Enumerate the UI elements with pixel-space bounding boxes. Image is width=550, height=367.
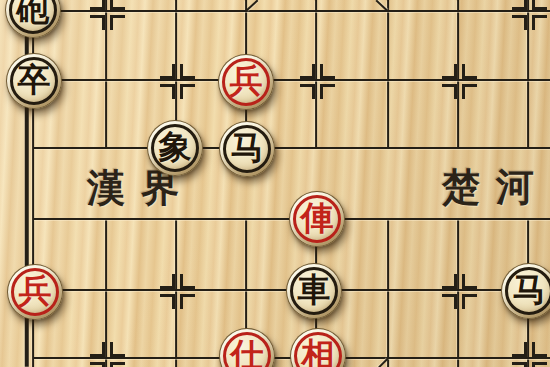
position-marker-h8 xyxy=(532,342,547,357)
piece-black-horse-d5[interactable]: 马 xyxy=(219,121,275,177)
xiangqi-board[interactable]: 漢界 楚河 砲卒兵象马俥兵車马仕相 xyxy=(0,0,550,367)
position-marker-c4 xyxy=(160,84,175,99)
file-line-h-top xyxy=(527,0,529,148)
position-marker-g4 xyxy=(462,64,477,79)
position-marker-b3 xyxy=(90,0,105,10)
position-marker-c4 xyxy=(180,64,195,79)
position-marker-c7 xyxy=(180,274,195,289)
position-marker-e4 xyxy=(320,64,335,79)
piece-red-soldier-a7[interactable]: 兵 xyxy=(7,264,63,320)
piece-character: 俥 xyxy=(290,192,344,246)
position-marker-h8 xyxy=(512,362,527,367)
piece-character: 相 xyxy=(291,329,345,367)
rank-line-4 xyxy=(33,79,550,81)
piece-black-soldier-a4[interactable]: 卒 xyxy=(6,53,62,109)
piece-character: 马 xyxy=(502,264,550,318)
piece-black-cannon-a3[interactable]: 砲 xyxy=(5,0,61,38)
position-marker-h8 xyxy=(512,342,527,357)
rank-line-5 xyxy=(33,147,550,149)
position-marker-g7 xyxy=(462,294,477,309)
position-marker-c4 xyxy=(160,64,175,79)
piece-red-chariot-e6[interactable]: 俥 xyxy=(289,191,345,247)
position-marker-c7 xyxy=(160,294,175,309)
piece-character: 卒 xyxy=(7,54,61,108)
position-marker-g7 xyxy=(462,274,477,289)
file-line-f-top xyxy=(387,0,389,148)
piece-character: 兵 xyxy=(8,265,62,319)
position-marker-b8 xyxy=(110,342,125,357)
position-marker-h3 xyxy=(512,0,527,10)
position-marker-b3 xyxy=(90,15,105,30)
position-marker-g4 xyxy=(442,84,457,99)
piece-red-elephant-e8[interactable]: 相 xyxy=(290,328,346,367)
piece-black-horse-h7[interactable]: 马 xyxy=(501,263,550,319)
file-line-b-bottom xyxy=(105,219,107,367)
position-marker-e4 xyxy=(320,84,335,99)
file-line-g-top xyxy=(457,0,459,148)
file-line-e-top xyxy=(315,0,317,148)
piece-character: 仕 xyxy=(220,329,274,367)
river-label-right: 楚河 xyxy=(442,167,550,207)
file-line-c-bottom xyxy=(175,219,177,367)
position-marker-c7 xyxy=(180,294,195,309)
file-line-g-bottom xyxy=(457,219,459,367)
position-marker-h8 xyxy=(532,362,547,367)
file-line-b-top xyxy=(105,0,107,148)
position-marker-g7 xyxy=(442,294,457,309)
piece-red-advisor-d8[interactable]: 仕 xyxy=(219,328,275,367)
position-marker-b8 xyxy=(110,362,125,367)
piece-character: 砲 xyxy=(6,0,60,37)
position-marker-e4 xyxy=(300,84,315,99)
piece-black-elephant-c5[interactable]: 象 xyxy=(147,120,203,176)
position-marker-g7 xyxy=(442,274,457,289)
piece-black-chariot-e7[interactable]: 車 xyxy=(286,263,342,319)
rank-line-3 xyxy=(33,10,550,12)
piece-character: 马 xyxy=(220,122,274,176)
position-marker-h3 xyxy=(512,15,527,30)
position-marker-b3 xyxy=(110,0,125,10)
position-marker-g4 xyxy=(442,64,457,79)
position-marker-g4 xyxy=(462,84,477,99)
position-marker-b8 xyxy=(90,362,105,367)
position-marker-e4 xyxy=(300,64,315,79)
position-marker-b3 xyxy=(110,15,125,30)
piece-character: 兵 xyxy=(219,55,273,109)
piece-character: 車 xyxy=(287,264,341,318)
position-marker-h3 xyxy=(532,15,547,30)
position-marker-c7 xyxy=(160,274,175,289)
position-marker-h3 xyxy=(532,0,547,10)
piece-character: 象 xyxy=(148,121,202,175)
position-marker-b8 xyxy=(90,342,105,357)
position-marker-c4 xyxy=(180,84,195,99)
file-line-f-bottom xyxy=(387,219,389,367)
piece-red-soldier-d4[interactable]: 兵 xyxy=(218,54,274,110)
